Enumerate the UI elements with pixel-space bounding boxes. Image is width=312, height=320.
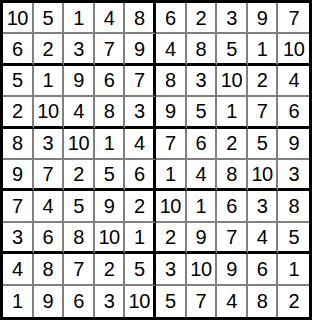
cell-r7c7[interactable]: 1: [187, 191, 218, 222]
cell-r10c2[interactable]: 9: [34, 286, 65, 317]
cell-r1c10[interactable]: 7: [278, 3, 309, 34]
cell-r9c4[interactable]: 2: [95, 254, 126, 285]
cell-r10c10[interactable]: 2: [278, 286, 309, 317]
cell-r8c1[interactable]: 3: [3, 223, 34, 254]
cell-r9c6[interactable]: 3: [156, 254, 187, 285]
cell-r1c5[interactable]: 8: [125, 3, 156, 34]
cell-r9c1[interactable]: 4: [3, 254, 34, 285]
cell-r5c2[interactable]: 3: [34, 129, 65, 160]
cell-r4c1[interactable]: 2: [3, 97, 34, 128]
cell-r2c4[interactable]: 7: [95, 34, 126, 65]
cell-r5c5[interactable]: 4: [125, 129, 156, 160]
cell-r3c8[interactable]: 10: [217, 66, 248, 97]
cell-r2c9[interactable]: 1: [248, 34, 279, 65]
cell-r1c1[interactable]: 10: [3, 3, 34, 34]
cell-r1c2[interactable]: 5: [34, 3, 65, 34]
cell-r7c10[interactable]: 8: [278, 191, 309, 222]
cell-r4c10[interactable]: 6: [278, 97, 309, 128]
cell-r2c6[interactable]: 4: [156, 34, 187, 65]
cell-r4c8[interactable]: 1: [217, 97, 248, 128]
cell-r8c4[interactable]: 10: [95, 223, 126, 254]
cell-r10c7[interactable]: 7: [187, 286, 218, 317]
cell-r6c7[interactable]: 4: [187, 160, 218, 191]
cell-r8c8[interactable]: 7: [217, 223, 248, 254]
cell-r5c7[interactable]: 6: [187, 129, 218, 160]
cell-r6c3[interactable]: 2: [64, 160, 95, 191]
cell-r4c3[interactable]: 4: [64, 97, 95, 128]
cell-r10c1[interactable]: 1: [3, 286, 34, 317]
cell-r3c1[interactable]: 5: [3, 66, 34, 97]
cell-r1c7[interactable]: 2: [187, 3, 218, 34]
cell-r3c10[interactable]: 4: [278, 66, 309, 97]
cell-r8c6[interactable]: 2: [156, 223, 187, 254]
cell-r5c8[interactable]: 2: [217, 129, 248, 160]
cell-r9c7[interactable]: 10: [187, 254, 218, 285]
cell-r7c3[interactable]: 5: [64, 191, 95, 222]
cell-r4c6[interactable]: 9: [156, 97, 187, 128]
cell-r1c4[interactable]: 4: [95, 3, 126, 34]
cell-r4c5[interactable]: 3: [125, 97, 156, 128]
cell-r8c9[interactable]: 4: [248, 223, 279, 254]
cell-r3c5[interactable]: 7: [125, 66, 156, 97]
cell-r3c2[interactable]: 1: [34, 66, 65, 97]
cell-r5c4[interactable]: 1: [95, 129, 126, 160]
cell-r9c2[interactable]: 8: [34, 254, 65, 285]
cell-r10c8[interactable]: 4: [217, 286, 248, 317]
cell-r2c3[interactable]: 3: [64, 34, 95, 65]
cell-r6c2[interactable]: 7: [34, 160, 65, 191]
cell-r1c3[interactable]: 1: [64, 3, 95, 34]
cell-r1c8[interactable]: 3: [217, 3, 248, 34]
cell-r8c3[interactable]: 8: [64, 223, 95, 254]
cell-r3c3[interactable]: 9: [64, 66, 95, 97]
cell-r2c2[interactable]: 2: [34, 34, 65, 65]
cell-r8c2[interactable]: 6: [34, 223, 65, 254]
cell-r9c8[interactable]: 9: [217, 254, 248, 285]
cell-r2c5[interactable]: 9: [125, 34, 156, 65]
cell-r7c5[interactable]: 2: [125, 191, 156, 222]
sudoku-board: 1051486239762379485110519678310242104839…: [0, 0, 312, 320]
cell-r7c1[interactable]: 7: [3, 191, 34, 222]
cell-r3c4[interactable]: 6: [95, 66, 126, 97]
cell-r6c6[interactable]: 1: [156, 160, 187, 191]
cell-r5c6[interactable]: 7: [156, 129, 187, 160]
cell-r10c6[interactable]: 5: [156, 286, 187, 317]
cell-r5c9[interactable]: 5: [248, 129, 279, 160]
cell-r3c7[interactable]: 3: [187, 66, 218, 97]
cell-r2c10[interactable]: 10: [278, 34, 309, 65]
cell-r1c6[interactable]: 6: [156, 3, 187, 34]
cell-r3c9[interactable]: 2: [248, 66, 279, 97]
cell-r8c7[interactable]: 9: [187, 223, 218, 254]
cell-r1c9[interactable]: 9: [248, 3, 279, 34]
cell-r7c2[interactable]: 4: [34, 191, 65, 222]
cell-r7c9[interactable]: 3: [248, 191, 279, 222]
cell-r6c1[interactable]: 9: [3, 160, 34, 191]
cell-r6c8[interactable]: 8: [217, 160, 248, 191]
cell-r4c9[interactable]: 7: [248, 97, 279, 128]
cell-r5c3[interactable]: 10: [64, 129, 95, 160]
cell-r10c3[interactable]: 6: [64, 286, 95, 317]
cell-r10c4[interactable]: 3: [95, 286, 126, 317]
cell-r5c10[interactable]: 9: [278, 129, 309, 160]
cell-r10c5[interactable]: 10: [125, 286, 156, 317]
cell-r9c5[interactable]: 5: [125, 254, 156, 285]
cell-r4c4[interactable]: 8: [95, 97, 126, 128]
cell-r7c8[interactable]: 6: [217, 191, 248, 222]
cell-r6c10[interactable]: 3: [278, 160, 309, 191]
cell-r2c8[interactable]: 5: [217, 34, 248, 65]
cell-r2c1[interactable]: 6: [3, 34, 34, 65]
cell-r7c4[interactable]: 9: [95, 191, 126, 222]
cell-r3c6[interactable]: 8: [156, 66, 187, 97]
cell-r6c9[interactable]: 10: [248, 160, 279, 191]
cell-r9c3[interactable]: 7: [64, 254, 95, 285]
cell-r4c2[interactable]: 10: [34, 97, 65, 128]
cell-r9c9[interactable]: 6: [248, 254, 279, 285]
cell-r8c10[interactable]: 5: [278, 223, 309, 254]
cell-r4c7[interactable]: 5: [187, 97, 218, 128]
cell-r9c10[interactable]: 1: [278, 254, 309, 285]
cell-r7c6[interactable]: 10: [156, 191, 187, 222]
cell-r5c1[interactable]: 8: [3, 129, 34, 160]
cell-r6c5[interactable]: 6: [125, 160, 156, 191]
cell-r8c5[interactable]: 1: [125, 223, 156, 254]
cell-r10c9[interactable]: 8: [248, 286, 279, 317]
cell-r2c7[interactable]: 8: [187, 34, 218, 65]
cell-r6c4[interactable]: 5: [95, 160, 126, 191]
